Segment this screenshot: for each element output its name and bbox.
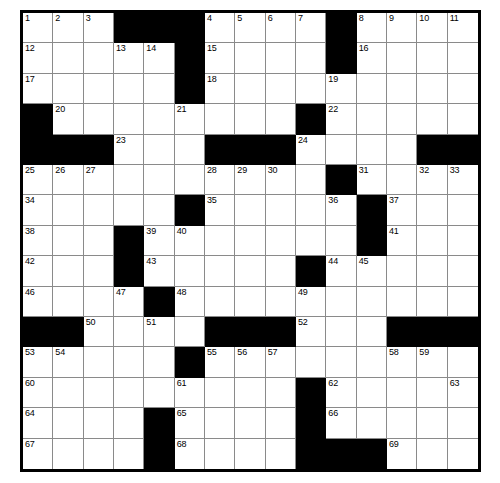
cell-r3c9[interactable]	[266, 74, 296, 104]
clue-number-31: 31	[359, 166, 369, 175]
black-cell-r2c11	[326, 43, 356, 73]
cell-r9c13[interactable]	[387, 256, 417, 286]
black-cell-r15c10	[296, 439, 326, 469]
clue-number-18: 18	[207, 75, 217, 84]
clue-number-57: 57	[268, 348, 278, 357]
cell-r9c11[interactable]: 44	[326, 256, 356, 286]
cell-r6c7[interactable]: 28	[205, 165, 235, 195]
cell-r6c6[interactable]	[175, 165, 205, 195]
cell-r7c1[interactable]: 34	[23, 195, 53, 225]
cell-r9c5[interactable]: 43	[144, 256, 174, 286]
cell-r1c10[interactable]: 7	[296, 13, 326, 43]
black-cell-r14c5	[144, 408, 174, 438]
cell-r4c3[interactable]	[84, 104, 114, 134]
clue-number-62: 62	[328, 379, 338, 388]
cell-r14c9[interactable]	[266, 408, 296, 438]
cell-r15c7[interactable]	[205, 439, 235, 469]
cell-r10c4[interactable]: 47	[114, 287, 144, 317]
cell-r14c7[interactable]	[205, 408, 235, 438]
cell-r15c6[interactable]: 68	[175, 439, 205, 469]
cell-r2c13[interactable]	[387, 43, 417, 73]
clue-number-43: 43	[146, 257, 156, 266]
cell-r6c12[interactable]: 31	[357, 165, 387, 195]
clue-number-60: 60	[25, 379, 35, 388]
clue-number-32: 32	[419, 166, 429, 175]
clue-number-16: 16	[359, 44, 369, 53]
clue-number-44: 44	[328, 257, 338, 266]
cell-r10c14[interactable]	[417, 287, 447, 317]
cell-r13c2[interactable]	[53, 378, 83, 408]
clue-number-29: 29	[237, 166, 247, 175]
clue-number-68: 68	[177, 440, 187, 449]
cell-r6c8[interactable]: 29	[235, 165, 265, 195]
black-cell-r5c15	[448, 135, 478, 165]
cell-r4c11[interactable]: 22	[326, 104, 356, 134]
cell-r12c5[interactable]	[144, 347, 174, 377]
cell-r2c2[interactable]	[53, 43, 83, 73]
cell-r10c13[interactable]	[387, 287, 417, 317]
cell-r13c5[interactable]	[144, 378, 174, 408]
cell-r10c1[interactable]: 46	[23, 287, 53, 317]
black-cell-r15c11	[326, 439, 356, 469]
black-cell-r11c8	[235, 317, 265, 347]
cell-r8c13[interactable]: 41	[387, 226, 417, 256]
clue-number-28: 28	[207, 166, 217, 175]
clue-number-34: 34	[25, 196, 35, 205]
cell-r6c9[interactable]: 30	[266, 165, 296, 195]
cell-r13c7[interactable]	[205, 378, 235, 408]
black-cell-r7c12	[357, 195, 387, 225]
cell-r8c8[interactable]	[235, 226, 265, 256]
cell-r14c6[interactable]: 65	[175, 408, 205, 438]
black-cell-r5c8	[235, 135, 265, 165]
cell-r4c14[interactable]	[417, 104, 447, 134]
black-cell-r11c15	[448, 317, 478, 347]
clue-number-35: 35	[207, 196, 217, 205]
black-cell-r14c10	[296, 408, 326, 438]
cell-r6c10[interactable]	[296, 165, 326, 195]
cell-r4c8[interactable]	[235, 104, 265, 134]
cell-r4c5[interactable]	[144, 104, 174, 134]
cell-r2c9[interactable]	[266, 43, 296, 73]
clue-number-6: 6	[268, 14, 273, 23]
cell-r6c15[interactable]: 33	[448, 165, 478, 195]
cell-r6c13[interactable]	[387, 165, 417, 195]
cell-r13c3[interactable]	[84, 378, 114, 408]
cell-r7c3[interactable]	[84, 195, 114, 225]
cell-r8c11[interactable]	[326, 226, 356, 256]
black-cell-r11c2	[53, 317, 83, 347]
cell-r10c6[interactable]: 48	[175, 287, 205, 317]
clue-number-52: 52	[298, 318, 308, 327]
black-cell-r10c5	[144, 287, 174, 317]
clue-number-58: 58	[389, 348, 399, 357]
cell-r1c15[interactable]: 11	[448, 13, 478, 43]
cell-r12c4[interactable]	[114, 347, 144, 377]
cell-r13c15[interactable]: 63	[448, 378, 478, 408]
clue-number-48: 48	[177, 288, 187, 297]
cell-r9c7[interactable]	[205, 256, 235, 286]
clue-number-4: 4	[207, 14, 212, 23]
clue-number-66: 66	[328, 409, 338, 418]
clue-number-26: 26	[55, 166, 65, 175]
cell-r6c3[interactable]: 27	[84, 165, 114, 195]
cell-r3c13[interactable]	[387, 74, 417, 104]
cell-r9c8[interactable]	[235, 256, 265, 286]
cell-r1c3[interactable]: 3	[84, 13, 114, 43]
clue-number-53: 53	[25, 348, 35, 357]
clue-number-15: 15	[207, 44, 217, 53]
cell-r3c10[interactable]	[296, 74, 326, 104]
clue-number-64: 64	[25, 409, 35, 418]
black-cell-r6c11	[326, 165, 356, 195]
cell-r7c11[interactable]: 36	[326, 195, 356, 225]
clue-number-63: 63	[450, 379, 460, 388]
cell-r7c7[interactable]: 35	[205, 195, 235, 225]
black-cell-r4c10	[296, 104, 326, 134]
black-cell-r11c1	[23, 317, 53, 347]
clue-number-33: 33	[450, 166, 460, 175]
cell-r2c14[interactable]	[417, 43, 447, 73]
cell-r2c8[interactable]	[235, 43, 265, 73]
clue-number-8: 8	[359, 14, 364, 23]
cell-r1c7[interactable]: 4	[205, 13, 235, 43]
cell-r11c5[interactable]: 51	[144, 317, 174, 347]
clue-number-10: 10	[419, 14, 429, 23]
cell-r4c12[interactable]	[357, 104, 387, 134]
clue-number-46: 46	[25, 288, 35, 297]
cell-r4c6[interactable]: 21	[175, 104, 205, 134]
cell-r13c13[interactable]	[387, 378, 417, 408]
black-cell-r9c4	[114, 256, 144, 286]
clue-number-24: 24	[298, 136, 308, 145]
clue-number-23: 23	[116, 136, 126, 145]
cell-r13c6[interactable]: 61	[175, 378, 205, 408]
cell-r7c13[interactable]: 37	[387, 195, 417, 225]
black-cell-r7c6	[175, 195, 205, 225]
cell-r12c3[interactable]	[84, 347, 114, 377]
cell-r7c8[interactable]	[235, 195, 265, 225]
clue-number-14: 14	[146, 44, 156, 53]
cell-r13c11[interactable]: 62	[326, 378, 356, 408]
cell-r10c2[interactable]	[53, 287, 83, 317]
cell-r11c3[interactable]: 50	[84, 317, 114, 347]
cell-r12c1[interactable]: 53	[23, 347, 53, 377]
cell-r5c12[interactable]	[357, 135, 387, 165]
cell-r1c13[interactable]: 9	[387, 13, 417, 43]
cell-r3c8[interactable]	[235, 74, 265, 104]
cell-r12c9[interactable]: 57	[266, 347, 296, 377]
cell-r15c1[interactable]: 67	[23, 439, 53, 469]
cell-r7c4[interactable]	[114, 195, 144, 225]
cell-r13c4[interactable]	[114, 378, 144, 408]
cell-r8c15[interactable]	[448, 226, 478, 256]
cell-r12c15[interactable]	[448, 347, 478, 377]
cell-r14c15[interactable]	[448, 408, 478, 438]
cell-r12c7[interactable]: 55	[205, 347, 235, 377]
clue-number-55: 55	[207, 348, 217, 357]
cell-r1c8[interactable]: 5	[235, 13, 265, 43]
clue-number-67: 67	[25, 440, 35, 449]
clue-number-40: 40	[177, 227, 187, 236]
black-cell-r9c10	[296, 256, 326, 286]
black-cell-r2c6	[175, 43, 205, 73]
cell-r13c8[interactable]	[235, 378, 265, 408]
cell-r2c4[interactable]: 13	[114, 43, 144, 73]
black-cell-r11c7	[205, 317, 235, 347]
clue-number-54: 54	[55, 348, 65, 357]
cell-r11c10[interactable]: 52	[296, 317, 326, 347]
cell-r9c15[interactable]	[448, 256, 478, 286]
black-cell-r8c4	[114, 226, 144, 256]
cell-r10c15[interactable]	[448, 287, 478, 317]
clue-number-45: 45	[359, 257, 369, 266]
cell-r3c7[interactable]: 18	[205, 74, 235, 104]
clue-number-39: 39	[146, 227, 156, 236]
cell-r14c11[interactable]: 66	[326, 408, 356, 438]
cell-r6c1[interactable]: 25	[23, 165, 53, 195]
clue-number-41: 41	[389, 227, 399, 236]
cell-r12c11[interactable]	[326, 347, 356, 377]
black-cell-r15c12	[357, 439, 387, 469]
black-cell-r11c9	[266, 317, 296, 347]
clue-number-30: 30	[268, 166, 278, 175]
cell-r3c12[interactable]	[357, 74, 387, 104]
cell-r3c5[interactable]	[144, 74, 174, 104]
cell-r8c1[interactable]: 38	[23, 226, 53, 256]
cell-r4c7[interactable]	[205, 104, 235, 134]
cell-r1c1[interactable]: 1	[23, 13, 53, 43]
cell-r15c9[interactable]	[266, 439, 296, 469]
clue-number-51: 51	[146, 318, 156, 327]
cell-r5c6[interactable]	[175, 135, 205, 165]
clue-number-13: 13	[116, 44, 126, 53]
clue-number-12: 12	[25, 44, 35, 53]
cell-r11c6[interactable]	[175, 317, 205, 347]
cell-r10c12[interactable]	[357, 287, 387, 317]
cell-r14c13[interactable]	[387, 408, 417, 438]
cell-r2c3[interactable]	[84, 43, 114, 73]
cell-r2c10[interactable]	[296, 43, 326, 73]
cell-r10c7[interactable]	[205, 287, 235, 317]
cell-r7c9[interactable]	[266, 195, 296, 225]
clue-number-7: 7	[298, 14, 303, 23]
cell-r9c6[interactable]	[175, 256, 205, 286]
clue-number-9: 9	[389, 14, 394, 23]
cell-r10c11[interactable]	[326, 287, 356, 317]
cell-r8c5[interactable]: 39	[144, 226, 174, 256]
cell-r11c12[interactable]	[357, 317, 387, 347]
cell-r9c1[interactable]: 42	[23, 256, 53, 286]
cell-r15c2[interactable]	[53, 439, 83, 469]
clue-number-36: 36	[328, 196, 338, 205]
cell-r5c5[interactable]	[144, 135, 174, 165]
cell-r14c2[interactable]	[53, 408, 83, 438]
black-cell-r11c14	[417, 317, 447, 347]
cell-r15c4[interactable]	[114, 439, 144, 469]
clue-number-61: 61	[177, 379, 187, 388]
cell-r3c2[interactable]	[53, 74, 83, 104]
clue-number-49: 49	[298, 288, 308, 297]
cell-r11c4[interactable]	[114, 317, 144, 347]
black-cell-r12c6	[175, 347, 205, 377]
clue-number-1: 1	[25, 14, 30, 23]
black-cell-r1c11	[326, 13, 356, 43]
cell-r2c15[interactable]	[448, 43, 478, 73]
cell-r14c12[interactable]	[357, 408, 387, 438]
cell-r14c8[interactable]	[235, 408, 265, 438]
clue-number-19: 19	[328, 75, 338, 84]
cell-r4c15[interactable]	[448, 104, 478, 134]
cell-r4c13[interactable]	[387, 104, 417, 134]
black-cell-r5c14	[417, 135, 447, 165]
cell-r3c3[interactable]	[84, 74, 114, 104]
black-cell-r5c2	[53, 135, 83, 165]
cell-r12c10[interactable]	[296, 347, 326, 377]
cell-r1c14[interactable]: 10	[417, 13, 447, 43]
cell-r12c2[interactable]: 54	[53, 347, 83, 377]
cell-r13c14[interactable]	[417, 378, 447, 408]
clue-number-25: 25	[25, 166, 35, 175]
black-cell-r1c6	[175, 13, 205, 43]
cell-r3c1[interactable]: 17	[23, 74, 53, 104]
cell-r13c9[interactable]	[266, 378, 296, 408]
cell-r10c8[interactable]	[235, 287, 265, 317]
cell-r8c3[interactable]	[84, 226, 114, 256]
cell-r9c3[interactable]	[84, 256, 114, 286]
black-cell-r5c1	[23, 135, 53, 165]
cell-r4c9[interactable]	[266, 104, 296, 134]
cell-r6c2[interactable]: 26	[53, 165, 83, 195]
clue-number-47: 47	[116, 288, 126, 297]
cell-r14c3[interactable]	[84, 408, 114, 438]
cell-r1c12[interactable]: 8	[357, 13, 387, 43]
cell-r13c1[interactable]: 60	[23, 378, 53, 408]
cell-r2c7[interactable]: 15	[205, 43, 235, 73]
cell-r7c2[interactable]	[53, 195, 83, 225]
cell-r9c2[interactable]	[53, 256, 83, 286]
cell-r15c3[interactable]	[84, 439, 114, 469]
cell-r1c2[interactable]: 2	[53, 13, 83, 43]
cell-r14c1[interactable]: 64	[23, 408, 53, 438]
clue-number-59: 59	[419, 348, 429, 357]
black-cell-r5c9	[266, 135, 296, 165]
cell-r10c10[interactable]: 49	[296, 287, 326, 317]
black-cell-r5c7	[205, 135, 235, 165]
clue-number-2: 2	[55, 14, 60, 23]
cell-r2c1[interactable]: 12	[23, 43, 53, 73]
cell-r2c12[interactable]: 16	[357, 43, 387, 73]
clue-number-38: 38	[25, 227, 35, 236]
black-cell-r15c5	[144, 439, 174, 469]
cell-r15c15[interactable]	[448, 439, 478, 469]
cell-r2c5[interactable]: 14	[144, 43, 174, 73]
cell-r14c14[interactable]	[417, 408, 447, 438]
cell-r7c5[interactable]	[144, 195, 174, 225]
cell-r5c11[interactable]	[326, 135, 356, 165]
cell-r7c14[interactable]	[417, 195, 447, 225]
clue-number-37: 37	[389, 196, 399, 205]
cell-r8c9[interactable]	[266, 226, 296, 256]
clue-number-69: 69	[389, 440, 399, 449]
cell-r12c8[interactable]: 56	[235, 347, 265, 377]
cell-r12c13[interactable]: 58	[387, 347, 417, 377]
black-cell-r3c6	[175, 74, 205, 104]
cell-r13c12[interactable]	[357, 378, 387, 408]
clue-number-11: 11	[450, 14, 459, 23]
cell-r4c2[interactable]: 20	[53, 104, 83, 134]
cell-r6c4[interactable]	[114, 165, 144, 195]
cell-r6c14[interactable]: 32	[417, 165, 447, 195]
black-cell-r4c1	[23, 104, 53, 134]
cell-r5c10[interactable]: 24	[296, 135, 326, 165]
clue-number-50: 50	[86, 318, 96, 327]
black-cell-r1c5	[144, 13, 174, 43]
crossword-page: 1234567891011121314151617181920212223242…	[0, 0, 500, 483]
clue-number-27: 27	[86, 166, 96, 175]
cell-r15c13[interactable]: 69	[387, 439, 417, 469]
black-cell-r5c3	[84, 135, 114, 165]
cell-r11c11[interactable]	[326, 317, 356, 347]
cell-r5c13[interactable]	[387, 135, 417, 165]
clue-number-3: 3	[86, 14, 91, 23]
clue-number-65: 65	[177, 409, 187, 418]
clue-number-42: 42	[25, 257, 35, 266]
clue-number-17: 17	[25, 75, 35, 84]
cell-r3c14[interactable]	[417, 74, 447, 104]
cell-r8c14[interactable]	[417, 226, 447, 256]
cell-r5c4[interactable]: 23	[114, 135, 144, 165]
cell-r3c15[interactable]	[448, 74, 478, 104]
cell-r10c9[interactable]	[266, 287, 296, 317]
cell-r9c9[interactable]	[266, 256, 296, 286]
clue-number-21: 21	[177, 105, 187, 114]
cell-r4c4[interactable]	[114, 104, 144, 134]
clue-number-5: 5	[237, 14, 242, 23]
black-cell-r8c12	[357, 226, 387, 256]
cell-r12c14[interactable]: 59	[417, 347, 447, 377]
cell-r15c8[interactable]	[235, 439, 265, 469]
cell-r8c2[interactable]	[53, 226, 83, 256]
cell-r14c4[interactable]	[114, 408, 144, 438]
cell-r12c12[interactable]	[357, 347, 387, 377]
cell-r1c9[interactable]: 6	[266, 13, 296, 43]
clue-number-20: 20	[55, 105, 65, 114]
black-cell-r11c13	[387, 317, 417, 347]
crossword-grid: 1234567891011121314151617181920212223242…	[20, 10, 481, 472]
clue-number-22: 22	[328, 105, 338, 114]
cell-r10c3[interactable]	[84, 287, 114, 317]
cell-r3c4[interactable]	[114, 74, 144, 104]
cell-r8c6[interactable]: 40	[175, 226, 205, 256]
cell-r9c14[interactable]	[417, 256, 447, 286]
cell-r7c15[interactable]	[448, 195, 478, 225]
black-cell-r13c10	[296, 378, 326, 408]
cell-r3c11[interactable]: 19	[326, 74, 356, 104]
cell-r9c12[interactable]: 45	[357, 256, 387, 286]
cell-r7c10[interactable]	[296, 195, 326, 225]
cell-r8c7[interactable]	[205, 226, 235, 256]
cell-r15c14[interactable]	[417, 439, 447, 469]
clue-number-56: 56	[237, 348, 247, 357]
cell-r8c10[interactable]	[296, 226, 326, 256]
black-cell-r1c4	[114, 13, 144, 43]
cell-r6c5[interactable]	[144, 165, 174, 195]
